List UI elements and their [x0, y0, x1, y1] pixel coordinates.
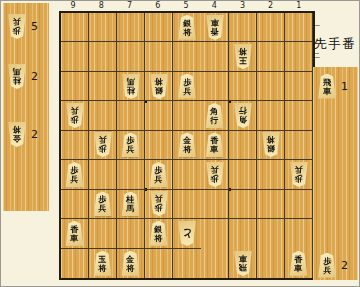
- board-cell-7九[interactable]: 金将: [117, 249, 145, 278]
- board-cell-1八[interactable]: [285, 219, 313, 248]
- file-label: 4: [200, 1, 228, 11]
- board-cell-8四[interactable]: [89, 101, 117, 130]
- piece-kanji: 香: [210, 27, 218, 36]
- board-cell-8八[interactable]: [89, 219, 117, 248]
- board-cell-5八[interactable]: と: [173, 219, 201, 248]
- piece-kanji: 車: [210, 146, 218, 155]
- piece-kanji: 歩: [210, 174, 218, 183]
- piece-kanji: と: [182, 228, 193, 238]
- board-cell-7六[interactable]: [117, 160, 145, 189]
- piece-kanji: 将: [98, 264, 106, 273]
- gote-piece[interactable]: 角行: [233, 103, 253, 128]
- file-label: 5: [172, 1, 200, 11]
- sente-piece[interactable]: 玉将: [93, 251, 113, 276]
- board-cell-7四[interactable]: [117, 101, 145, 130]
- piece-kanji: 桂: [13, 76, 21, 85]
- board-cell-3九[interactable]: 飛車: [229, 249, 257, 278]
- board-cell-1四[interactable]: [285, 101, 313, 130]
- piece-kanji: 馬: [13, 67, 21, 76]
- board-cell-9三[interactable]: [61, 72, 89, 101]
- piece-kanji: 車: [210, 18, 218, 27]
- piece-kanji: 行: [238, 106, 246, 115]
- piece-kanji: 兵: [154, 175, 162, 184]
- board-cell-6九[interactable]: [145, 249, 173, 278]
- file-label: 9: [59, 1, 87, 11]
- board-cell-2三[interactable]: [257, 72, 285, 101]
- hand-count: 2: [31, 129, 38, 140]
- piece-kanji: 兵: [13, 17, 21, 26]
- board-cell-3四[interactable]: 角行: [229, 101, 257, 130]
- piece-kanji: 角: [238, 115, 246, 124]
- piece-kanji: 歩: [13, 26, 21, 35]
- board-cell-3一[interactable]: [229, 13, 257, 42]
- board-cell-5七[interactable]: [173, 190, 201, 219]
- board-cell-5二[interactable]: [173, 42, 201, 71]
- board-cell-2六[interactable]: [257, 160, 285, 189]
- shogi-diagram: 歩兵5桂馬2金将2 987654321 一二三四五六七八九 銀将香車王将桂馬銀将…: [0, 0, 360, 287]
- board-cell-7七[interactable]: 桂馬: [117, 190, 145, 219]
- board-cell-8五[interactable]: 歩兵: [89, 131, 117, 160]
- sente-piece[interactable]: 銀将: [177, 15, 197, 40]
- sente-piece[interactable]: 香車: [65, 221, 85, 246]
- piece-kanji: 歩: [294, 174, 302, 183]
- piece-kanji: 兵: [98, 205, 106, 214]
- file-labels: 987654321: [59, 1, 313, 11]
- board-cell-6三[interactable]: 銀将: [145, 72, 173, 101]
- board-cell-4八[interactable]: [201, 219, 229, 248]
- piece-kanji: 将: [183, 146, 191, 155]
- piece-kanji: 歩: [70, 115, 78, 124]
- board-cell-9二[interactable]: [61, 42, 89, 71]
- file-label: 3: [228, 1, 256, 11]
- board-cell-8七[interactable]: 歩兵: [89, 190, 117, 219]
- piece-kanji: 兵: [154, 195, 162, 204]
- file-label: 6: [144, 1, 172, 11]
- board-cell-4四[interactable]: 角行: [201, 101, 229, 130]
- gote-piece[interactable]: 歩兵: [205, 162, 225, 187]
- board-cell-7二[interactable]: [117, 42, 145, 71]
- gote-piece[interactable]: 銀将: [149, 74, 169, 99]
- piece-kanji: 車: [294, 264, 302, 273]
- file-label: 8: [87, 1, 115, 11]
- board-cell-2八[interactable]: [257, 219, 285, 248]
- piece-kanji: 兵: [70, 106, 78, 115]
- board-cell-5六[interactable]: [173, 160, 201, 189]
- board-cell-8六[interactable]: [89, 160, 117, 189]
- piece-kanji: 歩: [98, 145, 106, 154]
- piece-kanji: 将: [13, 125, 21, 134]
- piece-kanji: 車: [323, 87, 331, 96]
- piece-kanji: 将: [154, 77, 162, 86]
- piece-kanji: 将: [238, 47, 246, 56]
- gote-piece[interactable]: 歩兵: [289, 162, 309, 187]
- board-cell-9四[interactable]: 歩兵: [61, 101, 89, 130]
- board-cell-9七[interactable]: [61, 190, 89, 219]
- board-cell-3五[interactable]: [229, 131, 257, 160]
- board-cell-3八[interactable]: [229, 219, 257, 248]
- board-cell-2五[interactable]: 銀将: [257, 131, 285, 160]
- piece-kanji: 銀: [183, 19, 191, 28]
- piece-kanji: 飛: [323, 78, 331, 87]
- board-cell-4五[interactable]: 香車: [201, 131, 229, 160]
- piece-kanji: 銀: [266, 145, 274, 154]
- board-cell-3三[interactable]: [229, 72, 257, 101]
- board-cell-8一[interactable]: [89, 13, 117, 42]
- board-cell-1二[interactable]: [285, 42, 313, 71]
- board-cell-3二[interactable]: 王将: [229, 42, 257, 71]
- hand-item: 金将2: [7, 120, 47, 148]
- hand-count: 1: [341, 81, 348, 92]
- piece-kanji: 将: [126, 264, 134, 273]
- sente-piece[interactable]: 銀将: [149, 221, 169, 246]
- board-cell-8九[interactable]: 玉将: [89, 249, 117, 278]
- board-cell-1三[interactable]: [285, 72, 313, 101]
- piece-kanji: 兵: [294, 165, 302, 174]
- board-grid: 銀将香車王将桂馬銀将歩兵歩兵角行角行歩兵歩兵金将香車銀将歩兵歩兵歩兵歩兵歩兵桂馬…: [59, 11, 315, 280]
- piece-kanji: 将: [266, 136, 274, 145]
- gote-piece[interactable]: 歩兵: [149, 191, 169, 216]
- board-cell-9一[interactable]: [61, 13, 89, 42]
- piece-kanji: 金: [13, 134, 21, 143]
- hand-count: 2: [31, 71, 38, 82]
- gote-piece[interactable]: 桂馬: [121, 74, 141, 99]
- piece-kanji: 飛: [238, 263, 246, 272]
- sente-piece[interactable]: 歩兵: [121, 132, 141, 157]
- board-cell-7五[interactable]: 歩兵: [117, 131, 145, 160]
- board-cell-1六[interactable]: 歩兵: [285, 160, 313, 189]
- piece-kanji: 兵: [323, 266, 331, 275]
- board-cell-2二[interactable]: [257, 42, 285, 71]
- sente-piece[interactable]: 歩兵: [177, 74, 197, 99]
- board-cell-7三[interactable]: 桂馬: [117, 72, 145, 101]
- sente-piece[interactable]: 桂馬: [121, 191, 141, 216]
- gote-piece[interactable]: 王将: [233, 44, 253, 69]
- board-cell-1九[interactable]: 香車: [285, 249, 313, 278]
- board-cell-7八[interactable]: [117, 219, 145, 248]
- sente-piece[interactable]: 歩兵: [93, 191, 113, 216]
- piece-kanji: 車: [70, 234, 78, 243]
- piece-kanji: 金: [126, 255, 134, 264]
- sente-piece[interactable]: 金将: [177, 132, 197, 157]
- board-cell-4二[interactable]: [201, 42, 229, 71]
- piece-kanji: 桂: [126, 86, 134, 95]
- gote-piece[interactable]: 香車: [205, 15, 225, 40]
- hand-count: 5: [31, 21, 38, 32]
- board-cell-8三[interactable]: [89, 72, 117, 101]
- board-cell-9九[interactable]: [61, 249, 89, 278]
- piece-kanji: 香: [294, 255, 302, 264]
- piece-kanji: 兵: [98, 136, 106, 145]
- file-label: 2: [257, 1, 285, 11]
- sente-piece[interactable]: 飛車: [317, 74, 337, 99]
- piece-kanji: 車: [238, 254, 246, 263]
- gote-piece[interactable]: 銀将: [261, 132, 281, 157]
- board-cell-5五[interactable]: 金将: [173, 131, 201, 160]
- board-cell-6一[interactable]: [145, 13, 173, 42]
- board-cell-6六[interactable]: 歩兵: [145, 160, 173, 189]
- piece-kanji: 兵: [70, 175, 78, 184]
- promoted-gote-piece[interactable]: と: [177, 221, 197, 246]
- sente-piece[interactable]: 香車: [205, 132, 225, 157]
- hand-item: 歩兵5: [7, 12, 47, 40]
- board-cell-3六[interactable]: [229, 160, 257, 189]
- board-cell-5三[interactable]: 歩兵: [173, 72, 201, 101]
- sente-piece[interactable]: 歩兵: [65, 162, 85, 187]
- piece-kanji: 兵: [126, 146, 134, 155]
- board-cell-9八[interactable]: 香車: [61, 219, 89, 248]
- hand-item: 歩兵2: [317, 251, 357, 279]
- piece-kanji: 将: [183, 28, 191, 37]
- gote-piece[interactable]: 歩兵: [65, 103, 85, 128]
- piece-kanji: 銀: [154, 86, 162, 95]
- hand-item: 桂馬2: [7, 62, 47, 90]
- board-cell-2一[interactable]: [257, 13, 285, 42]
- board-cell-9五[interactable]: [61, 131, 89, 160]
- sente-hand-stand: 飛車1歩兵2: [313, 67, 358, 280]
- piece-kanji: 馬: [126, 205, 134, 214]
- board-cell-6二[interactable]: [145, 42, 173, 71]
- sente-piece[interactable]: 歩兵: [317, 253, 337, 278]
- board-cell-4六[interactable]: 歩兵: [201, 160, 229, 189]
- gote-hand-stand: 歩兵5桂馬2金将2: [3, 3, 49, 211]
- turn-indicator: 先手番: [314, 36, 356, 53]
- board-cell-5九[interactable]: [173, 249, 201, 278]
- piece-kanji: 玉: [98, 255, 106, 264]
- sente-piece[interactable]: 香車: [289, 251, 309, 276]
- file-label: 1: [285, 1, 313, 11]
- board-cell-1五[interactable]: [285, 131, 313, 160]
- board-cell-6四[interactable]: [145, 101, 173, 130]
- board-cell-7一[interactable]: [117, 13, 145, 42]
- gote-piece[interactable]: 金将: [7, 122, 27, 147]
- board-cell-2七[interactable]: [257, 190, 285, 219]
- sente-piece[interactable]: 角行: [205, 103, 225, 128]
- board-cell-6七[interactable]: 歩兵: [145, 190, 173, 219]
- board-cell-4三[interactable]: [201, 72, 229, 101]
- file-label: 7: [115, 1, 143, 11]
- board-cell-8二[interactable]: [89, 42, 117, 71]
- board-cell-1七[interactable]: [285, 190, 313, 219]
- sente-piece[interactable]: 歩兵: [149, 162, 169, 187]
- board-cell-9六[interactable]: 歩兵: [61, 160, 89, 189]
- board-cell-2九[interactable]: [257, 249, 285, 278]
- board-cell-5一[interactable]: 銀将: [173, 13, 201, 42]
- gote-piece[interactable]: 歩兵: [93, 132, 113, 157]
- piece-kanji: 兵: [210, 165, 218, 174]
- sente-piece[interactable]: 金将: [121, 251, 141, 276]
- hand-count: 2: [341, 260, 348, 271]
- board-cell-6五[interactable]: [145, 131, 173, 160]
- gote-piece[interactable]: 飛車: [233, 251, 253, 276]
- board-cell-4七[interactable]: [201, 190, 229, 219]
- board-cell-4一[interactable]: 香車: [201, 13, 229, 42]
- gote-piece[interactable]: 桂馬: [7, 64, 27, 89]
- piece-kanji: 王: [238, 56, 246, 65]
- gote-piece[interactable]: 歩兵: [7, 14, 27, 39]
- board-cell-2四[interactable]: [257, 101, 285, 130]
- piece-kanji: 兵: [183, 87, 191, 96]
- board-cell-3七[interactable]: [229, 190, 257, 219]
- piece-kanji: 歩: [154, 204, 162, 213]
- board-cell-6八[interactable]: 銀将: [145, 219, 173, 248]
- hand-item: 飛車1: [317, 72, 357, 100]
- piece-kanji: 馬: [126, 77, 134, 86]
- piece-kanji: 歩: [323, 257, 331, 266]
- piece-kanji: 歩: [183, 78, 191, 87]
- piece-kanji: 行: [210, 116, 218, 125]
- board-cell-4九[interactable]: [201, 249, 229, 278]
- board-cell-1一[interactable]: [285, 13, 313, 42]
- piece-kanji: 将: [154, 234, 162, 243]
- board-cell-5四[interactable]: [173, 101, 201, 130]
